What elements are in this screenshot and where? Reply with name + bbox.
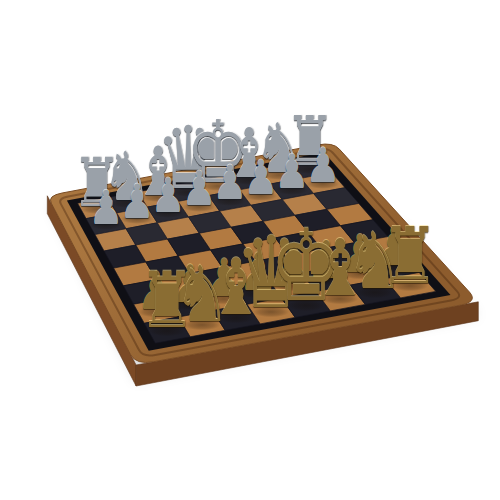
piece-pewter-pawn-h7[interactable]: ♟ [305, 142, 340, 189]
piece-pewter-pawn-f7[interactable]: ♟ [243, 154, 278, 201]
piece-pewter-pawn-b7[interactable]: ♟ [119, 177, 154, 224]
piece-brass-rook-h1[interactable]: ♜ [381, 217, 438, 295]
piece-pewter-pawn-a7[interactable]: ♟ [89, 183, 124, 230]
chess-set-product-photo: ♜♞♝♛♚♝♞♜♟♟♟♟♟♟♟♟♟♟♟♟♟♟♟♟♜♞♝♛♚♝♞♜ [0, 0, 500, 500]
piece-pewter-pawn-g7[interactable]: ♟ [274, 148, 309, 195]
piece-pewter-pawn-e7[interactable]: ♟ [212, 160, 247, 207]
piece-pewter-pawn-d7[interactable]: ♟ [181, 166, 216, 213]
piece-pewter-pawn-c7[interactable]: ♟ [150, 172, 185, 219]
